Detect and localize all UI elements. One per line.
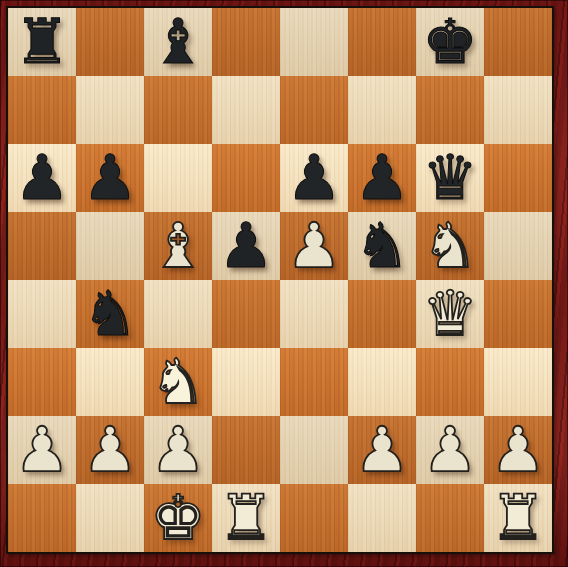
piece-white-queen-g4[interactable]: ♛ xyxy=(422,280,478,348)
square-d4[interactable] xyxy=(212,280,280,348)
square-b1[interactable] xyxy=(76,484,144,552)
piece-black-knight-b4[interactable]: ♞ xyxy=(82,280,138,348)
square-e8[interactable] xyxy=(280,8,348,76)
square-h6[interactable] xyxy=(484,144,552,212)
square-a6[interactable]: ♟ xyxy=(8,144,76,212)
square-c2[interactable]: ♟ xyxy=(144,416,212,484)
square-g1[interactable] xyxy=(416,484,484,552)
square-g7[interactable] xyxy=(416,76,484,144)
square-c7[interactable] xyxy=(144,76,212,144)
piece-black-pawn-d5[interactable]: ♟ xyxy=(218,212,274,280)
square-c3[interactable]: ♞ xyxy=(144,348,212,416)
square-f5[interactable]: ♞ xyxy=(348,212,416,280)
square-f2[interactable]: ♟ xyxy=(348,416,416,484)
square-a3[interactable] xyxy=(8,348,76,416)
square-h3[interactable] xyxy=(484,348,552,416)
square-h8[interactable] xyxy=(484,8,552,76)
piece-white-knight-c3[interactable]: ♞ xyxy=(150,348,206,416)
square-a5[interactable] xyxy=(8,212,76,280)
square-f4[interactable] xyxy=(348,280,416,348)
square-e1[interactable] xyxy=(280,484,348,552)
square-f8[interactable] xyxy=(348,8,416,76)
square-f3[interactable] xyxy=(348,348,416,416)
piece-black-pawn-f6[interactable]: ♟ xyxy=(354,144,410,212)
square-d8[interactable] xyxy=(212,8,280,76)
square-b6[interactable]: ♟ xyxy=(76,144,144,212)
square-e3[interactable] xyxy=(280,348,348,416)
square-c8[interactable]: ♝ xyxy=(144,8,212,76)
square-d7[interactable] xyxy=(212,76,280,144)
square-c1[interactable]: ♚ xyxy=(144,484,212,552)
square-g4[interactable]: ♛ xyxy=(416,280,484,348)
square-e5[interactable]: ♟ xyxy=(280,212,348,280)
square-h2[interactable]: ♟ xyxy=(484,416,552,484)
square-c6[interactable] xyxy=(144,144,212,212)
piece-white-pawn-e5[interactable]: ♟ xyxy=(286,212,342,280)
square-c4[interactable] xyxy=(144,280,212,348)
piece-white-pawn-h2[interactable]: ♟ xyxy=(490,416,546,484)
piece-white-knight-g5[interactable]: ♞ xyxy=(422,212,478,280)
piece-black-bishop-c8[interactable]: ♝ xyxy=(150,8,206,76)
square-a4[interactable] xyxy=(8,280,76,348)
square-e6[interactable]: ♟ xyxy=(280,144,348,212)
square-c5[interactable]: ♝ xyxy=(144,212,212,280)
square-f1[interactable] xyxy=(348,484,416,552)
piece-white-rook-d1[interactable]: ♜ xyxy=(218,484,274,552)
chess-board: ♜♝♚♟♟♟♟♛♝♟♟♞♞♞♛♞♟♟♟♟♟♟♚♜♜ xyxy=(6,6,554,554)
square-b4[interactable]: ♞ xyxy=(76,280,144,348)
piece-black-queen-g6[interactable]: ♛ xyxy=(422,144,478,212)
piece-white-pawn-f2[interactable]: ♟ xyxy=(354,416,410,484)
piece-white-king-c1[interactable]: ♚ xyxy=(150,484,206,552)
piece-black-king-g8[interactable]: ♚ xyxy=(422,8,478,76)
square-a8[interactable]: ♜ xyxy=(8,8,76,76)
square-g8[interactable]: ♚ xyxy=(416,8,484,76)
square-b2[interactable]: ♟ xyxy=(76,416,144,484)
piece-white-pawn-b2[interactable]: ♟ xyxy=(82,416,138,484)
square-g3[interactable] xyxy=(416,348,484,416)
square-a2[interactable]: ♟ xyxy=(8,416,76,484)
square-e7[interactable] xyxy=(280,76,348,144)
square-a7[interactable] xyxy=(8,76,76,144)
square-e2[interactable] xyxy=(280,416,348,484)
square-b8[interactable] xyxy=(76,8,144,76)
board-frame: ♜♝♚♟♟♟♟♛♝♟♟♞♞♞♛♞♟♟♟♟♟♟♚♜♜ xyxy=(0,0,568,567)
square-d3[interactable] xyxy=(212,348,280,416)
square-b5[interactable] xyxy=(76,212,144,280)
square-b7[interactable] xyxy=(76,76,144,144)
piece-white-bishop-c5[interactable]: ♝ xyxy=(150,212,206,280)
piece-black-rook-a8[interactable]: ♜ xyxy=(14,8,70,76)
square-g2[interactable]: ♟ xyxy=(416,416,484,484)
piece-white-pawn-g2[interactable]: ♟ xyxy=(422,416,478,484)
piece-white-pawn-a2[interactable]: ♟ xyxy=(14,416,70,484)
square-a1[interactable] xyxy=(8,484,76,552)
square-d6[interactable] xyxy=(212,144,280,212)
piece-black-knight-f5[interactable]: ♞ xyxy=(354,212,410,280)
square-g6[interactable]: ♛ xyxy=(416,144,484,212)
square-g5[interactable]: ♞ xyxy=(416,212,484,280)
square-d1[interactable]: ♜ xyxy=(212,484,280,552)
square-d2[interactable] xyxy=(212,416,280,484)
square-h4[interactable] xyxy=(484,280,552,348)
square-h1[interactable]: ♜ xyxy=(484,484,552,552)
square-b3[interactable] xyxy=(76,348,144,416)
square-f7[interactable] xyxy=(348,76,416,144)
square-f6[interactable]: ♟ xyxy=(348,144,416,212)
piece-black-pawn-e6[interactable]: ♟ xyxy=(286,144,342,212)
square-h7[interactable] xyxy=(484,76,552,144)
square-e4[interactable] xyxy=(280,280,348,348)
piece-black-pawn-b6[interactable]: ♟ xyxy=(82,144,138,212)
square-d5[interactable]: ♟ xyxy=(212,212,280,280)
piece-white-pawn-c2[interactable]: ♟ xyxy=(150,416,206,484)
piece-white-rook-h1[interactable]: ♜ xyxy=(490,484,546,552)
square-h5[interactable] xyxy=(484,212,552,280)
piece-black-pawn-a6[interactable]: ♟ xyxy=(14,144,70,212)
